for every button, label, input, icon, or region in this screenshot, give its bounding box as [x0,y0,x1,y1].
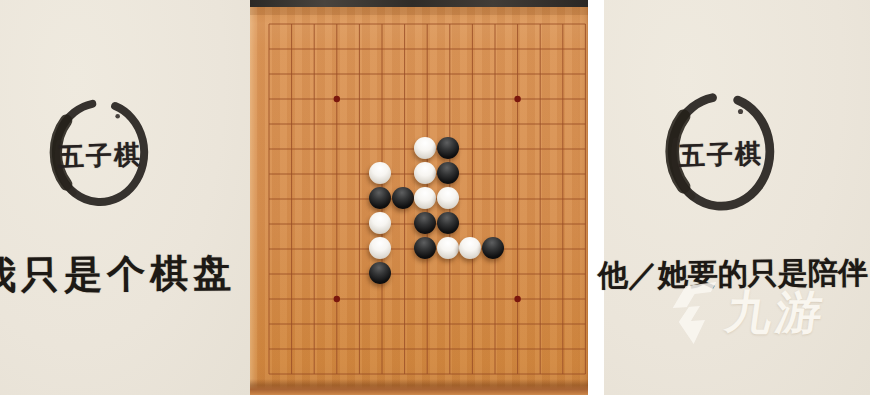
star-point [514,296,520,302]
logo-title: 五子棋 [57,137,142,175]
board-bottom-edge [250,379,588,395]
gomoku-logo-left: 五子棋 [47,92,153,213]
star-point [334,96,340,102]
white-stone [437,187,459,209]
black-stone [369,262,391,284]
white-stone [369,162,391,184]
screenshot-stage: 五子棋 我只是个棋盘 五子棋 他／她要的只是陪伴 [0,0,870,395]
white-stone [437,237,459,259]
right-paper-panel: 五子棋 他／她要的只是陪伴 九游 [604,0,870,395]
black-stone [482,237,504,259]
black-stone [437,137,459,159]
left-paper-panel: 五子棋 我只是个棋盘 [0,0,250,395]
gomoku-board[interactable] [250,0,588,395]
white-stone [369,237,391,259]
white-stone [369,212,391,234]
panel-divider [588,0,604,395]
star-point [514,96,520,102]
black-stone [392,187,414,209]
black-stone [437,212,459,234]
black-stone [369,187,391,209]
black-stone [437,162,459,184]
right-caption: 他／她要的只是陪伴 [598,253,868,297]
star-point [334,296,340,302]
left-caption: 我只是个棋盘 [0,248,236,302]
gomoku-logo-right: 五子棋 [662,90,780,213]
logo-title: 五子棋 [678,136,763,174]
